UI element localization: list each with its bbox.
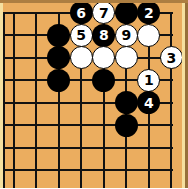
- stone-white: [115, 46, 138, 69]
- stone-black: [115, 1, 138, 24]
- board-frame-right-outer: [185, 3, 188, 188]
- stone-black-move-8: 8: [92, 24, 115, 47]
- stone-white: [70, 46, 93, 69]
- move-number-label: 1: [144, 73, 154, 87]
- stone-black: [115, 91, 138, 114]
- board-frame-left: [0, 3, 3, 188]
- grid-line-vertical: [35, 12, 37, 189]
- stone-black: [47, 24, 70, 47]
- move-number-label: 3: [167, 51, 177, 65]
- move-number-label: 6: [76, 6, 86, 20]
- stone-black: [115, 114, 138, 137]
- move-number-label: 7: [99, 6, 109, 20]
- stone-black: [47, 46, 70, 69]
- stone-black-move-4: 4: [137, 91, 160, 114]
- stone-white-move-9: 9: [115, 24, 138, 47]
- move-number-label: 8: [99, 28, 109, 42]
- move-number-label: 5: [76, 28, 86, 42]
- board-left-cut-rule: [3, 12, 5, 189]
- go-board: 672589314: [0, 0, 188, 188]
- move-number-label: 2: [144, 6, 154, 20]
- stone-white-move-7: 7: [92, 1, 115, 24]
- stone-white-move-3: 3: [160, 46, 183, 69]
- stone-black-move-2: 2: [137, 1, 160, 24]
- grid-line-vertical: [13, 12, 15, 189]
- move-number-label: 9: [121, 28, 131, 42]
- stone-black: [92, 69, 115, 92]
- grid-line-horizontal: [3, 147, 173, 149]
- stone-black: [47, 69, 70, 92]
- stone-white-move-5: 5: [70, 24, 93, 47]
- stone-white-move-1: 1: [137, 69, 160, 92]
- stone-white: [137, 24, 160, 47]
- board-frame-top: [0, 0, 188, 3]
- stone-black-move-6: 6: [70, 1, 93, 24]
- move-number-label: 4: [144, 96, 154, 110]
- stone-white: [92, 46, 115, 69]
- grid-line-horizontal: [3, 124, 173, 126]
- grid-line-vertical: [170, 12, 172, 189]
